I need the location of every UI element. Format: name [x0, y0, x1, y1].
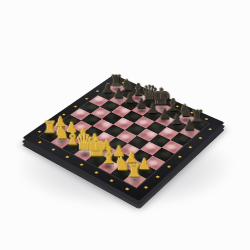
gold-stud: [37, 130, 41, 133]
gold-stud: [51, 148, 55, 151]
gold-stud: [155, 175, 160, 178]
white-rook-h1[interactable]: ♜: [127, 142, 143, 179]
gold-stud: [198, 136, 202, 139]
gold-stud: [144, 185, 149, 188]
gold-stud: [109, 179, 114, 182]
black-pawn-h7[interactable]: ♟: [182, 97, 197, 131]
gold-stud: [167, 165, 171, 168]
gold-stud: [94, 171, 99, 174]
gold-stud: [38, 140, 42, 143]
gold-stud: [85, 97, 89, 99]
gold-stud: [188, 145, 192, 148]
gold-stud: [208, 128, 212, 131]
gold-stud: [79, 163, 84, 166]
gold-stud: [96, 90, 100, 92]
chess-set-photo: ♜♞♝♛♚♝♞♜♟♟♟♟♟♟♟♟♟♟♟♟♟♟♟♟♜♞♝♛♚♝♞♜: [0, 0, 250, 250]
gold-stud: [178, 155, 182, 158]
gold-stud: [65, 155, 69, 158]
gold-stud: [125, 187, 130, 190]
